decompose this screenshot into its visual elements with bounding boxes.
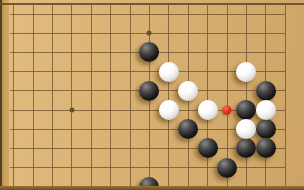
board-top-edge-line xyxy=(0,3,304,5)
go-board[interactable] xyxy=(0,0,304,190)
white-stone xyxy=(198,100,218,120)
white-stone xyxy=(236,119,256,139)
black-stone xyxy=(198,138,218,158)
star-point xyxy=(147,31,152,36)
grid-vertical-line xyxy=(130,4,131,188)
white-stone xyxy=(159,62,179,82)
grid-vertical-line xyxy=(71,4,72,188)
grid-horizontal-line xyxy=(10,167,286,168)
black-stone xyxy=(256,119,276,139)
white-stone xyxy=(236,62,256,82)
black-stone xyxy=(256,81,276,101)
white-stone xyxy=(178,81,198,101)
black-stone xyxy=(178,119,198,139)
grid-vertical-line xyxy=(168,4,169,188)
grid-vertical-line xyxy=(285,4,286,188)
white-stone xyxy=(256,100,276,120)
black-stone xyxy=(256,138,276,158)
grid-vertical-line xyxy=(246,4,247,188)
white-stone xyxy=(159,100,179,120)
grid-vertical-line xyxy=(207,4,208,188)
grid-vertical-line xyxy=(91,4,92,188)
black-stone xyxy=(217,158,237,178)
star-point xyxy=(69,108,74,113)
grid-horizontal-line xyxy=(10,14,286,15)
grid-vertical-line xyxy=(52,4,53,188)
red-dot-marker xyxy=(223,106,232,115)
grid-vertical-line xyxy=(33,4,34,188)
black-stone xyxy=(236,100,256,120)
board-bottom-edge xyxy=(0,186,304,190)
grid-vertical-line xyxy=(110,4,111,188)
black-stone xyxy=(139,42,159,62)
black-stone xyxy=(236,138,256,158)
grid-vertical-line xyxy=(13,4,14,188)
black-stone xyxy=(139,81,159,101)
board-left-edge xyxy=(0,0,9,190)
